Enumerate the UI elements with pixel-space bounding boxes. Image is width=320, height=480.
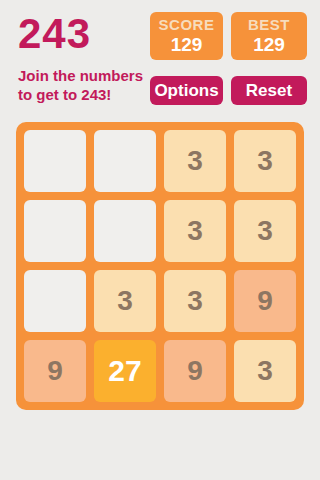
tile-3: 3 [164, 270, 226, 332]
subtitle: Join the numbers to get to 243! [18, 66, 158, 104]
tile-3: 3 [234, 200, 296, 262]
tile-27: 27 [94, 340, 156, 402]
tile-3: 3 [234, 340, 296, 402]
tile-9: 9 [164, 340, 226, 402]
subtitle-line2: to get to 243! [18, 86, 111, 103]
tile-3: 3 [164, 130, 226, 192]
empty-cell [94, 200, 156, 262]
best-label: BEST [248, 16, 290, 33]
score-box: SCORE 129 [150, 12, 223, 60]
tile-9: 9 [234, 270, 296, 332]
options-button[interactable]: Options [150, 76, 223, 105]
tile-3: 3 [94, 270, 156, 332]
best-box: BEST 129 [231, 12, 307, 60]
empty-cell [24, 270, 86, 332]
empty-cell [24, 200, 86, 262]
empty-cell [24, 130, 86, 192]
best-value: 129 [253, 34, 285, 56]
tile-9: 9 [24, 340, 86, 402]
score-value: 129 [171, 34, 203, 56]
game-board[interactable]: 333333992793 [16, 122, 304, 410]
page-title: 243 [18, 10, 91, 58]
score-label: SCORE [159, 16, 215, 33]
subtitle-line1: Join the numbers [18, 67, 143, 84]
reset-button[interactable]: Reset [231, 76, 307, 105]
empty-cell [94, 130, 156, 192]
tile-3: 3 [164, 200, 226, 262]
tile-3: 3 [234, 130, 296, 192]
